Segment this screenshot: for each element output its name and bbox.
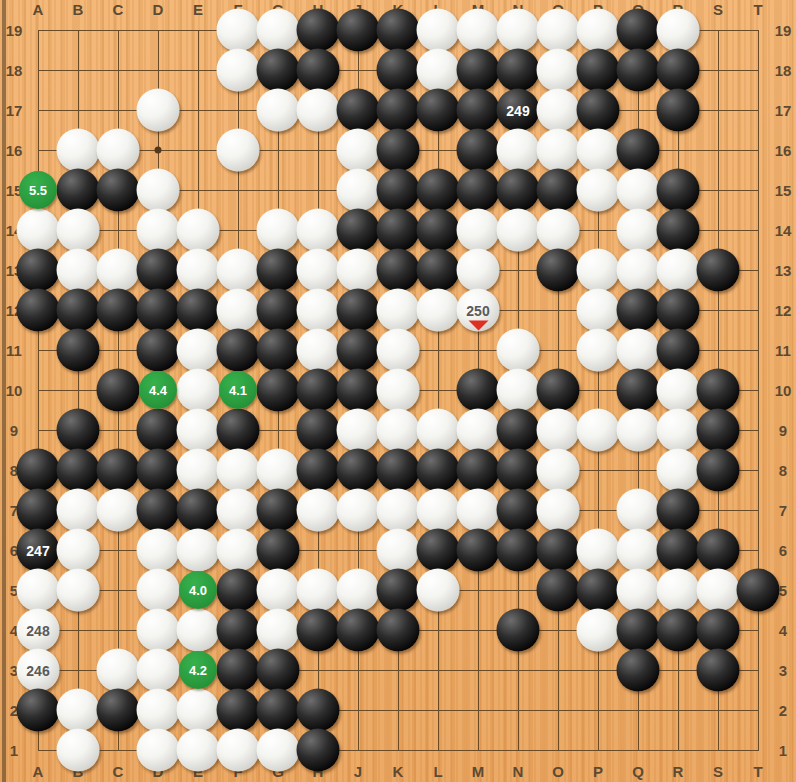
stone-black <box>697 249 740 292</box>
stone-white <box>217 289 260 332</box>
coord-col-bottom: T <box>753 763 762 780</box>
move-number-label: 246 <box>26 663 49 677</box>
stone-black <box>617 129 660 172</box>
coord-row-right: 2 <box>779 702 787 719</box>
stone-black <box>377 449 420 492</box>
stone-white <box>577 609 620 652</box>
stone-white <box>17 569 60 612</box>
stone-white <box>257 609 300 652</box>
stone-black <box>377 569 420 612</box>
stone-white <box>617 329 660 372</box>
stone-black <box>697 409 740 452</box>
stone-white <box>57 489 100 532</box>
stone-white <box>137 209 180 252</box>
stone-black <box>457 49 500 92</box>
coord-row-right: 16 <box>775 142 792 159</box>
stone-black <box>577 49 620 92</box>
stone-black <box>657 89 700 132</box>
coord-row-right: 4 <box>779 622 787 639</box>
stone-white <box>577 9 620 52</box>
stone-black <box>537 529 580 572</box>
star-point <box>155 147 162 154</box>
stone-white <box>577 329 620 372</box>
stone-black <box>257 529 300 572</box>
coord-col-bottom: Q <box>632 763 644 780</box>
stone-white <box>417 49 460 92</box>
stone-black <box>697 449 740 492</box>
stone-white <box>337 129 380 172</box>
coord-col-bottom: A <box>33 763 44 780</box>
stone-black <box>617 49 660 92</box>
stone-black: 247 <box>17 529 60 572</box>
stone-white <box>217 129 260 172</box>
stone-black <box>417 89 460 132</box>
coord-row-right: 18 <box>775 62 792 79</box>
stone-white <box>257 729 300 772</box>
stone-black <box>337 369 380 412</box>
stone-black <box>377 169 420 212</box>
stone-white <box>417 9 460 52</box>
stone-white <box>177 529 220 572</box>
coord-row-left: 9 <box>10 422 18 439</box>
stone-black <box>297 609 340 652</box>
stone-black <box>457 449 500 492</box>
coord-row-left: 1 <box>10 742 18 759</box>
coord-row-right: 13 <box>775 262 792 279</box>
stone-white <box>537 49 580 92</box>
stone-white <box>257 449 300 492</box>
stone-black <box>257 289 300 332</box>
coord-col-bottom: P <box>593 763 603 780</box>
stone-black <box>137 409 180 452</box>
stone-white <box>417 569 460 612</box>
stone-white <box>257 89 300 132</box>
stone-white <box>657 409 700 452</box>
stone-black <box>617 369 660 412</box>
coord-col-bottom: L <box>433 763 442 780</box>
stone-white <box>577 249 620 292</box>
stone-white <box>537 9 580 52</box>
ai-score-suggestion[interactable]: 4.1 <box>219 371 257 409</box>
stone-white <box>577 289 620 332</box>
stone-black <box>97 369 140 412</box>
stone-black <box>297 729 340 772</box>
stone-black <box>137 329 180 372</box>
stone-black <box>657 489 700 532</box>
coord-row-right: 17 <box>775 102 792 119</box>
stone-black <box>97 689 140 732</box>
coord-col-bottom: O <box>552 763 564 780</box>
stone-white: 250 <box>457 289 500 332</box>
stone-black: 249 <box>497 89 540 132</box>
stone-black <box>497 529 540 572</box>
stone-white <box>617 249 660 292</box>
stone-black <box>177 289 220 332</box>
stone-black <box>137 249 180 292</box>
stone-black <box>697 369 740 412</box>
stone-black <box>97 449 140 492</box>
stone-black <box>457 169 500 212</box>
stone-black <box>497 609 540 652</box>
stone-white <box>377 409 420 452</box>
stone-black <box>497 169 540 212</box>
stone-white <box>337 169 380 212</box>
ai-score-suggestion[interactable]: 5.5 <box>19 171 57 209</box>
stone-white <box>337 409 380 452</box>
coord-row-left: 16 <box>6 142 23 159</box>
coord-row-left: 11 <box>6 342 22 359</box>
coord-col-bottom: M <box>472 763 485 780</box>
coord-row-right: 15 <box>775 182 792 199</box>
stone-black <box>377 609 420 652</box>
stone-white <box>377 329 420 372</box>
stone-white <box>177 369 220 412</box>
last-move-marker-icon <box>468 321 488 331</box>
coord-col-top: D <box>153 1 164 18</box>
coord-row-left: 17 <box>6 102 23 119</box>
stone-black <box>217 649 260 692</box>
stone-black <box>337 9 380 52</box>
stone-black <box>337 89 380 132</box>
stone-black <box>217 689 260 732</box>
stone-black <box>297 689 340 732</box>
stone-white <box>617 169 660 212</box>
stone-black <box>337 449 380 492</box>
stone-white <box>377 289 420 332</box>
stone-black <box>417 529 460 572</box>
stone-black <box>17 289 60 332</box>
coord-col-bottom: J <box>354 763 362 780</box>
stone-black <box>137 449 180 492</box>
stone-white <box>497 9 540 52</box>
stone-white <box>497 329 540 372</box>
stone-black <box>537 249 580 292</box>
coord-col-top: E <box>193 1 203 18</box>
stone-white <box>337 489 380 532</box>
stone-black <box>377 249 420 292</box>
stone-white: 246 <box>17 649 60 692</box>
stone-white <box>177 409 220 452</box>
stone-white <box>97 249 140 292</box>
stone-white <box>657 9 700 52</box>
stone-white <box>177 209 220 252</box>
stone-white <box>137 89 180 132</box>
stone-black <box>297 449 340 492</box>
stone-black <box>417 449 460 492</box>
stone-white <box>377 529 420 572</box>
stone-black <box>377 89 420 132</box>
coord-row-right: 1 <box>779 742 787 759</box>
stone-white <box>177 449 220 492</box>
stone-black <box>457 129 500 172</box>
stone-black <box>297 369 340 412</box>
stone-black <box>217 329 260 372</box>
stone-white <box>257 209 300 252</box>
stone-black <box>57 169 100 212</box>
coord-col-bottom: C <box>113 763 124 780</box>
stone-black <box>97 169 140 212</box>
stone-black <box>657 609 700 652</box>
stone-black <box>657 209 700 252</box>
stone-black <box>257 649 300 692</box>
coord-col-top: A <box>33 1 44 18</box>
stone-black <box>657 529 700 572</box>
stone-black <box>617 649 660 692</box>
stone-black <box>697 649 740 692</box>
stone-black <box>337 329 380 372</box>
stone-black <box>537 169 580 212</box>
stone-white <box>137 649 180 692</box>
stone-white <box>697 569 740 612</box>
coord-col-top: B <box>73 1 84 18</box>
stone-white <box>217 489 260 532</box>
stone-white <box>137 609 180 652</box>
stone-white <box>57 529 100 572</box>
stone-white <box>57 689 100 732</box>
stone-white <box>97 489 140 532</box>
stone-black <box>497 489 540 532</box>
stone-white <box>17 209 60 252</box>
stone-white <box>497 369 540 412</box>
stone-white <box>417 289 460 332</box>
stone-black <box>217 409 260 452</box>
stone-black <box>297 9 340 52</box>
stone-white <box>537 409 580 452</box>
stone-black <box>457 529 500 572</box>
stone-white: 248 <box>17 609 60 652</box>
stone-white <box>177 689 220 732</box>
stone-black <box>657 169 700 212</box>
stone-white <box>217 529 260 572</box>
stone-white <box>617 209 660 252</box>
stone-white <box>297 249 340 292</box>
coord-row-right: 19 <box>775 22 792 39</box>
coord-row-right: 8 <box>779 462 787 479</box>
move-number-label: 247 <box>26 543 49 557</box>
stone-white <box>537 89 580 132</box>
stone-white <box>617 529 660 572</box>
stone-black <box>137 289 180 332</box>
stone-black <box>257 689 300 732</box>
stone-white <box>457 409 500 452</box>
grid-line-vertical <box>438 30 439 751</box>
coord-row-right: 9 <box>779 422 787 439</box>
stone-black <box>497 49 540 92</box>
stone-black <box>257 369 300 412</box>
coord-row-right: 3 <box>779 662 787 679</box>
stone-black <box>577 89 620 132</box>
stone-white <box>617 569 660 612</box>
stone-white <box>457 9 500 52</box>
stone-white <box>177 729 220 772</box>
stone-white <box>577 129 620 172</box>
stone-black <box>737 569 780 612</box>
stone-black <box>497 409 540 452</box>
stone-black <box>617 9 660 52</box>
stone-black <box>457 369 500 412</box>
stone-black <box>537 369 580 412</box>
stone-white <box>457 209 500 252</box>
stone-white <box>57 209 100 252</box>
ai-score-suggestion[interactable]: 4.2 <box>179 651 217 689</box>
stone-white <box>337 249 380 292</box>
stone-black <box>57 329 100 372</box>
stone-white <box>457 489 500 532</box>
stone-white <box>657 569 700 612</box>
stone-black <box>457 89 500 132</box>
stone-black <box>337 209 380 252</box>
stone-black <box>57 289 100 332</box>
stone-black <box>537 569 580 612</box>
stone-black <box>657 329 700 372</box>
coord-row-right: 10 <box>775 382 792 399</box>
stone-white <box>297 489 340 532</box>
stone-white <box>297 569 340 612</box>
stone-white <box>297 89 340 132</box>
coord-col-top: C <box>113 1 124 18</box>
coord-row-right: 14 <box>775 222 792 239</box>
stone-white <box>297 209 340 252</box>
coord-row-left: 10 <box>6 382 23 399</box>
stone-white <box>297 329 340 372</box>
stone-white <box>377 489 420 532</box>
stone-black <box>657 289 700 332</box>
stone-white <box>577 169 620 212</box>
stone-white <box>457 249 500 292</box>
stone-white <box>657 449 700 492</box>
go-board[interactable]: AABBCCDDEEFFGGHHJJKKLLMMNNOOPPQQRRSSTT19… <box>0 0 796 782</box>
stone-black <box>337 609 380 652</box>
move-number-label: 250 <box>466 303 489 317</box>
coord-row-left: 18 <box>6 62 23 79</box>
stone-black <box>697 529 740 572</box>
stone-white <box>177 609 220 652</box>
stone-white <box>57 129 100 172</box>
stone-white <box>137 689 180 732</box>
stone-white <box>217 9 260 52</box>
ai-score-suggestion[interactable]: 4.0 <box>179 571 217 609</box>
stone-black <box>257 249 300 292</box>
stone-white <box>137 729 180 772</box>
stone-black <box>297 409 340 452</box>
stone-black <box>417 209 460 252</box>
stone-white <box>137 529 180 572</box>
coord-col-top: T <box>753 1 762 18</box>
stone-black <box>177 489 220 532</box>
stone-white <box>57 729 100 772</box>
stone-white <box>257 569 300 612</box>
stone-white <box>217 449 260 492</box>
stone-black <box>257 489 300 532</box>
stone-black <box>17 489 60 532</box>
stone-white <box>577 409 620 452</box>
coord-col-bottom: S <box>713 763 723 780</box>
stone-black <box>17 689 60 732</box>
stone-white <box>537 489 580 532</box>
coord-row-left: 19 <box>6 22 23 39</box>
stone-white <box>217 49 260 92</box>
stone-white <box>657 249 700 292</box>
stone-white <box>497 129 540 172</box>
stone-white <box>417 489 460 532</box>
stone-black <box>377 129 420 172</box>
stone-black <box>577 569 620 612</box>
stone-white <box>137 569 180 612</box>
coord-col-bottom: N <box>513 763 524 780</box>
stone-black <box>297 49 340 92</box>
stone-white <box>97 129 140 172</box>
stone-black <box>17 449 60 492</box>
stone-black <box>257 49 300 92</box>
stone-white <box>617 489 660 532</box>
stone-white <box>537 449 580 492</box>
stone-black <box>17 249 60 292</box>
stone-black <box>377 9 420 52</box>
move-number-label: 249 <box>506 103 529 117</box>
stone-black <box>337 289 380 332</box>
stone-black <box>217 569 260 612</box>
stone-black <box>137 489 180 532</box>
move-number-label: 248 <box>26 623 49 637</box>
coord-row-right: 5 <box>779 582 787 599</box>
stone-white <box>617 409 660 452</box>
stone-white <box>537 209 580 252</box>
stone-white <box>217 249 260 292</box>
stone-white <box>137 169 180 212</box>
ai-score-suggestion[interactable]: 4.4 <box>139 371 177 409</box>
grid-line-vertical <box>758 30 759 751</box>
stone-white <box>217 729 260 772</box>
stone-white <box>337 569 380 612</box>
stone-white <box>57 249 100 292</box>
stone-black <box>57 409 100 452</box>
stone-black <box>657 49 700 92</box>
stone-white <box>257 9 300 52</box>
coord-col-top: S <box>713 1 723 18</box>
coord-row-right: 7 <box>779 502 787 519</box>
stone-black <box>417 249 460 292</box>
stone-white <box>417 409 460 452</box>
coord-row-right: 11 <box>775 342 791 359</box>
stone-black <box>97 289 140 332</box>
stone-black <box>257 329 300 372</box>
stone-white <box>297 289 340 332</box>
stone-white <box>97 649 140 692</box>
stone-white <box>57 569 100 612</box>
stone-black <box>497 449 540 492</box>
stone-white <box>177 249 220 292</box>
stone-white <box>657 369 700 412</box>
stone-black <box>617 289 660 332</box>
coord-row-right: 12 <box>775 302 792 319</box>
coord-col-bottom: K <box>393 763 404 780</box>
stone-black <box>377 209 420 252</box>
stone-white <box>177 329 220 372</box>
stone-black <box>417 169 460 212</box>
stone-black <box>57 449 100 492</box>
stone-white <box>577 529 620 572</box>
stone-white <box>377 369 420 412</box>
stone-white <box>537 129 580 172</box>
stone-black <box>377 49 420 92</box>
stone-black <box>217 609 260 652</box>
coord-col-bottom: R <box>673 763 684 780</box>
stone-white <box>497 209 540 252</box>
stone-black <box>617 609 660 652</box>
coord-row-right: 6 <box>779 542 787 559</box>
stone-black <box>697 609 740 652</box>
